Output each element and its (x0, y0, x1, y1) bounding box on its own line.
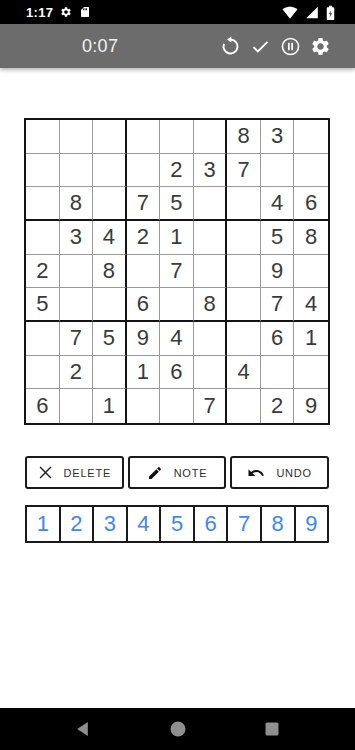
cell-r4c5[interactable]: 1 (160, 221, 194, 255)
cell-r8c1[interactable] (26, 356, 60, 390)
cell-r8c8[interactable] (261, 356, 295, 390)
cell-r4c8[interactable]: 5 (261, 221, 295, 255)
numpad-4[interactable]: 4 (126, 505, 162, 543)
cell-r9c5[interactable] (160, 389, 194, 423)
undo-icon (247, 464, 265, 482)
numpad-7[interactable]: 7 (226, 505, 262, 543)
undo-button[interactable]: UNDO (230, 456, 329, 489)
cell-r3c3[interactable] (93, 187, 127, 221)
game-timer: 0:07 (82, 36, 118, 57)
numpad: 123456789 (25, 505, 329, 543)
cell-r9c1[interactable]: 6 (26, 389, 60, 423)
undo-label: UNDO (276, 467, 312, 479)
cell-r4c7[interactable] (227, 221, 261, 255)
cell-r3c4[interactable]: 7 (127, 187, 161, 221)
cell-r8c4[interactable]: 1 (127, 356, 161, 390)
cell-r5c6[interactable] (194, 255, 228, 289)
cell-r2c1[interactable] (26, 154, 60, 188)
cell-r4c6[interactable] (194, 221, 228, 255)
sudoku-grid: 8323787546342158287956874759461216461729 (24, 118, 330, 425)
cell-r3c8[interactable]: 4 (261, 187, 295, 221)
cell-r3c6[interactable] (194, 187, 228, 221)
cell-r5c2[interactable] (60, 255, 94, 289)
numpad-3[interactable]: 3 (92, 505, 128, 543)
cell-r6c5[interactable] (160, 288, 194, 322)
cell-r6c6[interactable]: 8 (194, 288, 228, 322)
cell-r9c2[interactable] (60, 389, 94, 423)
cell-r5c1[interactable]: 2 (26, 255, 60, 289)
cell-r3c5[interactable]: 5 (160, 187, 194, 221)
cell-r1c7[interactable]: 8 (227, 120, 261, 154)
note-label: NOTE (174, 467, 208, 479)
cell-r4c4[interactable]: 2 (127, 221, 161, 255)
cell-r9c6[interactable]: 7 (194, 389, 228, 423)
delete-label: DELETE (64, 467, 112, 479)
cell-r2c4[interactable] (127, 154, 161, 188)
cell-r7c3[interactable]: 5 (93, 322, 127, 356)
delete-button[interactable]: DELETE (25, 456, 124, 489)
cell-r6c7[interactable] (227, 288, 261, 322)
cell-r6c4[interactable]: 6 (127, 288, 161, 322)
cell-r7c4[interactable]: 9 (127, 322, 161, 356)
cell-r8c5[interactable]: 6 (160, 356, 194, 390)
cell-r1c3[interactable] (93, 120, 127, 154)
cell-r1c1[interactable] (26, 120, 60, 154)
cell-r4c3[interactable]: 4 (93, 221, 127, 255)
cell-r5c4[interactable] (127, 255, 161, 289)
cell-r7c5[interactable]: 4 (160, 322, 194, 356)
cell-r4c2[interactable]: 3 (60, 221, 94, 255)
back-icon[interactable] (71, 717, 95, 741)
cell-r3c7[interactable] (227, 187, 261, 221)
battery-icon (326, 5, 335, 20)
wifi-icon (282, 6, 298, 19)
cell-r5c8[interactable]: 9 (261, 255, 295, 289)
status-bar: 1:17 (0, 0, 355, 24)
note-button[interactable]: NOTE (128, 456, 227, 489)
sudoku-app-screen: 1:17 0:07 8323 (0, 0, 355, 750)
home-icon[interactable] (166, 717, 190, 741)
close-icon (38, 465, 53, 480)
cell-r1c5[interactable] (160, 120, 194, 154)
cell-r8c2[interactable]: 2 (60, 356, 94, 390)
cell-r9c9[interactable]: 9 (294, 389, 328, 423)
cell-r6c8[interactable]: 7 (261, 288, 295, 322)
numpad-5[interactable]: 5 (159, 505, 195, 543)
cell-r8c6[interactable] (194, 356, 228, 390)
cell-r4c9[interactable]: 8 (294, 221, 328, 255)
cell-r8c3[interactable] (93, 356, 127, 390)
cell-r7c1[interactable] (26, 322, 60, 356)
pause-icon[interactable] (280, 36, 301, 57)
cell-r9c7[interactable] (227, 389, 261, 423)
recents-icon[interactable] (260, 717, 284, 741)
cell-r1c8[interactable]: 3 (261, 120, 295, 154)
cell-r2c7[interactable]: 7 (227, 154, 261, 188)
numpad-1[interactable]: 1 (25, 505, 61, 543)
cell-r3c2[interactable]: 8 (60, 187, 94, 221)
cellular-icon (305, 6, 319, 19)
cell-r5c5[interactable]: 7 (160, 255, 194, 289)
action-buttons: DELETE NOTE UNDO (25, 456, 329, 489)
cell-r2c6[interactable]: 3 (194, 154, 228, 188)
cell-r6c2[interactable] (60, 288, 94, 322)
cell-r7c7[interactable] (227, 322, 261, 356)
android-nav-bar (0, 708, 355, 750)
cell-r9c4[interactable] (127, 389, 161, 423)
numpad-9[interactable]: 9 (294, 505, 330, 543)
cell-r7c9[interactable]: 1 (294, 322, 328, 356)
cell-r4c1[interactable] (26, 221, 60, 255)
numpad-2[interactable]: 2 (59, 505, 95, 543)
cell-r2c3[interactable] (93, 154, 127, 188)
cell-r5c9[interactable] (294, 255, 328, 289)
app-bar: 0:07 (0, 24, 355, 68)
cell-r1c9[interactable] (294, 120, 328, 154)
settings-icon[interactable] (310, 36, 331, 57)
cell-r3c9[interactable]: 6 (294, 187, 328, 221)
pencil-icon (147, 465, 163, 481)
gear-icon (60, 6, 72, 18)
cell-r6c1[interactable]: 5 (26, 288, 60, 322)
cell-r1c6[interactable] (194, 120, 228, 154)
check-icon[interactable] (250, 36, 271, 57)
cell-r6c3[interactable] (93, 288, 127, 322)
cell-r6c9[interactable]: 4 (294, 288, 328, 322)
sd-card-icon (79, 6, 91, 18)
cell-r2c9[interactable] (294, 154, 328, 188)
cell-r8c7[interactable]: 4 (227, 356, 261, 390)
clock: 1:17 (26, 5, 53, 20)
cell-r2c2[interactable] (60, 154, 94, 188)
cell-r1c4[interactable] (127, 120, 161, 154)
cell-r8c9[interactable] (294, 356, 328, 390)
restart-icon[interactable] (220, 36, 241, 57)
cell-r2c5[interactable]: 2 (160, 154, 194, 188)
cell-r1c2[interactable] (60, 120, 94, 154)
cell-r5c7[interactable] (227, 255, 261, 289)
cell-r3c1[interactable] (26, 187, 60, 221)
cell-r7c8[interactable]: 6 (261, 322, 295, 356)
cell-r9c3[interactable]: 1 (93, 389, 127, 423)
cell-r5c3[interactable]: 8 (93, 255, 127, 289)
cell-r7c6[interactable] (194, 322, 228, 356)
cell-r9c8[interactable]: 2 (261, 389, 295, 423)
numpad-6[interactable]: 6 (193, 505, 229, 543)
cell-r7c2[interactable]: 7 (60, 322, 94, 356)
cell-r2c8[interactable] (261, 154, 295, 188)
numpad-8[interactable]: 8 (260, 505, 296, 543)
